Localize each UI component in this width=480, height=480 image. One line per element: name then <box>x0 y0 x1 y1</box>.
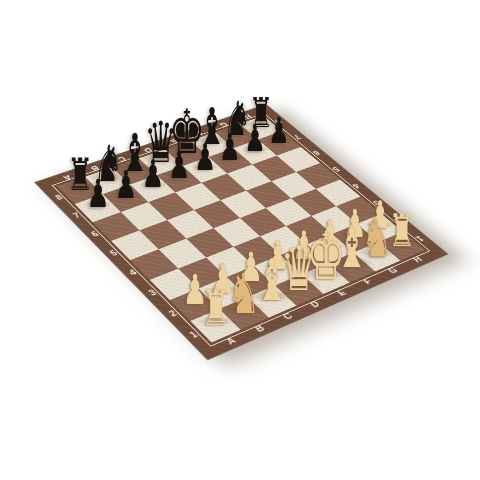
product-photo: ABCDEFGH8877665544332211ABCDEFGH ♜♞♝♛♚♝♞… <box>0 0 480 480</box>
piece-white-knight-b1[interactable]: ♞ <box>228 267 261 322</box>
piece-black-pawn-e7[interactable]: ♟ <box>194 139 216 176</box>
piece-black-pawn-a7[interactable]: ♟ <box>86 175 109 214</box>
piece-black-pawn-h7[interactable]: ♟ <box>269 113 290 149</box>
piece-black-pawn-f7[interactable]: ♟ <box>219 130 241 167</box>
piece-black-pawn-c7[interactable]: ♟ <box>141 157 164 195</box>
piece-black-pawn-b7[interactable]: ♟ <box>114 166 137 204</box>
piece-black-pawn-g7[interactable]: ♟ <box>244 121 266 157</box>
piece-black-pawn-d7[interactable]: ♟ <box>168 147 190 184</box>
piece-white-rook-a1[interactable]: ♜ <box>201 284 230 333</box>
